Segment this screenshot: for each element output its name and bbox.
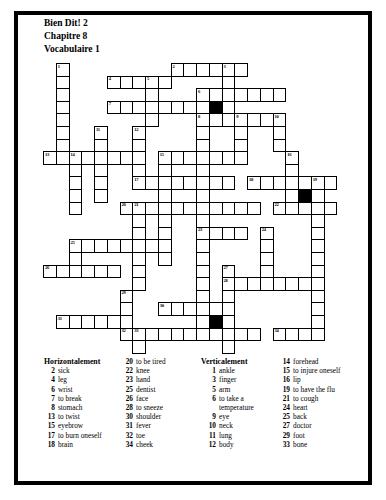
crossword-cell[interactable] [298,176,312,190]
clue-number: 17 [134,178,138,183]
crossword-cell[interactable] [196,290,210,304]
crossword-cell[interactable]: 28 [222,277,236,291]
clue-number: 31 [58,317,62,322]
crossword-cell[interactable] [273,139,287,153]
clue-item-number: 11 [196,431,216,440]
clue-item: 27doctor [270,421,340,430]
crossword-cell[interactable] [234,151,248,165]
crossword-cell[interactable] [234,88,248,102]
crossword-cell[interactable] [234,277,248,291]
crossword-cell[interactable]: 24 [260,227,274,241]
crossword-cell[interactable] [158,227,172,241]
clue-item-text: dentist [136,385,155,394]
crossword-cell[interactable] [311,290,325,304]
crossword-cell[interactable] [209,202,223,216]
clue-number: 6 [198,90,200,95]
crossword-cell[interactable] [158,239,172,253]
crossword-cell[interactable] [69,315,83,329]
crossword-cell[interactable] [94,315,108,329]
crossword-cell[interactable] [196,126,210,140]
crossword-cell[interactable] [145,328,159,342]
crossword-cell[interactable] [107,151,121,165]
clue-number: 24 [262,228,266,233]
crossword-cell[interactable] [311,202,325,216]
clue-item-text: to burn oneself [58,431,102,440]
crossword-cell[interactable] [56,76,70,90]
crossword-cell[interactable] [234,202,248,216]
crossword-cell[interactable] [171,151,185,165]
crossword-cell[interactable] [56,101,70,115]
crossword-cell[interactable] [222,151,236,165]
clue-item: 14forehead [270,357,340,366]
clue-item-text: to sneeze [136,403,163,412]
crossword-cell[interactable]: 16 [285,151,299,165]
crossword-cell[interactable] [120,315,134,329]
crossword-cell[interactable] [311,265,325,279]
crossword-cell[interactable] [158,214,172,228]
crossword-cell[interactable]: 17 [132,176,146,190]
crossword-cell[interactable] [132,76,146,90]
crossword-cell[interactable] [132,227,146,241]
crossword-cell[interactable] [209,63,223,77]
crossword-cell[interactable] [273,277,287,291]
crossword-cell[interactable]: 6 [196,88,210,102]
crossword-cell[interactable] [247,277,261,291]
clue-item-number: 29 [270,431,290,440]
crossword-cell[interactable] [132,101,146,115]
crossword-cell[interactable] [222,113,236,127]
crossword-cell[interactable] [222,315,236,329]
crossword-cell[interactable] [183,151,197,165]
crossword-cell[interactable] [247,88,261,102]
crossword-cell[interactable] [234,328,248,342]
clue-item: 10neck [196,421,269,430]
clue-item-number: 25 [270,412,290,421]
clue-item-text: bone [293,440,307,449]
crossword-cell[interactable]: 8 [196,113,210,127]
clue-item: 5arm [196,385,269,394]
crossword-cell[interactable] [196,164,210,178]
crossword-cell[interactable] [183,302,197,316]
crossword-cell[interactable] [311,214,325,228]
crossword-cell[interactable] [171,302,185,316]
clue-item-text: lip [293,375,301,384]
clue-item-number: 18 [42,440,55,449]
clue-item-text: to be tired [136,357,166,366]
crossword-cell[interactable] [222,290,236,304]
crossword-cell[interactable] [285,176,299,190]
crossword-cell[interactable] [285,277,299,291]
crossword-cell[interactable] [145,101,159,115]
crossword-cell[interactable] [81,265,95,279]
crossword-cell[interactable] [260,88,274,102]
crossword-cell[interactable] [209,176,223,190]
crossword-cell[interactable] [234,139,248,153]
crossword-cell[interactable] [209,151,223,165]
crossword-cell[interactable] [56,88,70,102]
crossword-cell[interactable]: 22 [273,202,287,216]
crossword-cell[interactable] [260,277,274,291]
crossword-cell[interactable] [107,265,121,279]
clue-item-number: 6 [196,394,216,403]
crossword-cell[interactable] [183,101,197,115]
clue-item-number: 26 [112,394,133,403]
crossword-cell[interactable] [132,139,146,153]
crossword-cell[interactable] [260,176,274,190]
crossword-cell[interactable] [145,88,159,102]
crossword-cell[interactable] [196,328,210,342]
crossword-cell[interactable]: 1 [56,63,70,77]
crossword-cell[interactable] [196,302,210,316]
clue-item-number: 33 [270,440,290,449]
clue-number: 13 [45,153,49,158]
crossword-cell[interactable]: 31 [56,315,70,329]
crossword-cell[interactable] [158,189,172,203]
clue-number: 22 [275,203,279,208]
crossword-cell[interactable] [311,227,325,241]
crossword-cell[interactable] [285,164,299,178]
crossword-cell[interactable] [222,340,236,354]
crossword-cell[interactable] [56,113,70,127]
crossword-cell[interactable] [56,139,70,153]
clue-item: 25back [270,412,340,421]
crossword-cell[interactable]: 9 [234,113,248,127]
crossword-cell[interactable] [234,63,248,77]
clue-number: 21 [134,203,138,208]
crossword-cell[interactable] [145,113,159,127]
clue-number: 16 [287,153,291,158]
clue-number: 8 [198,115,200,120]
crossword-cell[interactable] [120,151,134,165]
crossword-cell[interactable] [196,239,210,253]
crossword-cell[interactable] [298,328,312,342]
crossword-cell[interactable] [158,101,172,115]
crossword-cell[interactable] [69,189,83,203]
clue-number: 34 [275,329,279,334]
crossword-cell[interactable] [247,113,261,127]
crossword-cell[interactable] [69,202,83,216]
clue-number: 30 [160,304,164,309]
clue-number: 2 [173,65,175,70]
crossword-cell[interactable] [196,139,210,153]
crossword-cell[interactable] [158,76,172,90]
crossword-cell[interactable] [222,302,236,316]
clue-item-text: cheek [136,440,153,449]
clue-item: 22knee [112,366,166,375]
crossword-cell[interactable] [81,239,95,253]
crossword-cell[interactable] [171,101,185,115]
crossword-cell[interactable] [196,265,210,279]
clue-item-number: 15 [270,366,290,375]
clue-item-text: lung [219,431,269,440]
crossword-cell[interactable] [311,328,325,342]
clue-item-text: toe [136,431,145,440]
clue-item-text: finger [219,375,269,384]
clue-item-number: 8 [42,403,55,412]
crossword-cell[interactable] [222,101,236,115]
crossword-cell[interactable] [132,265,146,279]
crossword-cell[interactable] [120,302,134,316]
crossword-cell[interactable] [247,328,261,342]
clue-item-number: 2 [42,366,55,375]
clue-item: 24heart [270,403,340,412]
crossword-cell[interactable] [81,315,95,329]
crossword-cell[interactable] [94,139,108,153]
clue-number: 7 [109,102,111,107]
clue-item: 18brain [42,440,102,449]
crossword-cell[interactable] [158,252,172,266]
crossword-cell[interactable] [158,164,172,178]
clue-item-number: 16 [270,375,290,384]
crossword-cell[interactable]: 20 [120,202,134,216]
crossword-cell[interactable] [183,202,197,216]
crossword-cell[interactable] [209,328,223,342]
clue-item-number: 1 [196,366,216,375]
crossword-cell[interactable] [324,176,338,190]
crossword-cell[interactable] [81,151,95,165]
crossword-cell[interactable] [209,88,223,102]
crossword-cell[interactable] [132,252,146,266]
crossword-cell[interactable]: 10 [273,113,287,127]
crossword-cell[interactable] [132,214,146,228]
crossword-cell[interactable] [273,88,287,102]
crossword-cell[interactable] [260,239,274,253]
clue-item: 25dentist [112,385,166,394]
crossword-cell[interactable] [311,252,325,266]
crossword-cell[interactable]: 5 [145,76,159,90]
crossword-cell[interactable] [222,88,236,102]
across-clues-column-2: 20to be tired22knee23hand25dentist26face… [112,357,166,449]
clue-item-text: body [219,440,269,449]
crossword-cell[interactable] [94,176,108,190]
blocked-cell [298,189,312,203]
clue-item-number: 5 [196,385,216,394]
clue-item-text: wrist [58,385,73,394]
clue-number: 5 [147,77,149,82]
crossword-cell[interactable]: 18 [247,176,261,190]
crossword-cell[interactable]: 11 [94,126,108,140]
crossword-cell[interactable] [171,176,185,190]
crossword-cell[interactable] [145,239,159,253]
crossword-cell[interactable] [196,151,210,165]
crossword-cell[interactable] [69,265,83,279]
crossword-cell[interactable]: 26 [43,265,57,279]
crossword-cell[interactable] [107,315,121,329]
clue-item: 6to take a temperature [196,394,269,412]
clue-item-number: 31 [112,421,133,430]
crossword-cell[interactable] [171,202,185,216]
crossword-cell[interactable] [285,328,299,342]
crossword-cell[interactable] [69,176,83,190]
crossword-cell[interactable] [311,189,325,203]
crossword-cell[interactable] [145,202,159,216]
crossword-cell[interactable]: 33 [132,328,146,342]
clue-item-text: brain [58,440,73,449]
crossword-cell[interactable] [196,252,210,266]
clue-item-number: 14 [270,357,290,366]
clue-number: 19 [313,178,317,183]
crossword-cell[interactable] [311,302,325,316]
blocked-cell [209,101,223,115]
crossword-cell[interactable] [69,164,83,178]
crossword-grid: 1234567891011121314151617181920212223242… [43,63,337,354]
crossword-cell[interactable] [107,239,121,253]
clue-item: 26face [112,394,166,403]
crossword-cell[interactable]: 30 [158,302,172,316]
clue-item-number: 24 [270,403,290,412]
clue-number: 18 [249,178,253,183]
crossword-cell[interactable] [260,113,274,127]
crossword-cell[interactable] [209,302,223,316]
crossword-cell[interactable] [196,63,210,77]
clue-item: 11lung [196,431,269,440]
crossword-cell[interactable] [94,265,108,279]
crossword-cell[interactable]: 21 [132,202,146,216]
crossword-cell[interactable] [183,63,197,77]
crossword-cell[interactable]: 27 [222,265,236,279]
crossword-cell[interactable] [273,176,287,190]
crossword-cell[interactable] [56,265,70,279]
crossword-cell[interactable] [132,151,146,165]
crossword-cell[interactable] [196,202,210,216]
crossword-cell[interactable] [158,176,172,190]
crossword-cell[interactable]: 15 [158,151,172,165]
crossword-cell[interactable]: 29 [120,290,134,304]
crossword-cell[interactable] [69,252,83,266]
crossword-cell[interactable] [120,76,134,90]
crossword-cell[interactable] [285,189,299,203]
crossword-cell[interactable] [94,239,108,253]
clue-number: 32 [122,329,126,334]
clue-item: 1ankle [196,366,269,375]
crossword-cell[interactable] [234,126,248,140]
clue-item-text: neck [219,421,269,430]
crossword-cell[interactable]: 32 [120,328,134,342]
clue-item-text: doctor [293,421,312,430]
clue-item-number: 19 [270,385,290,394]
crossword-cell[interactable] [158,202,172,216]
clue-item: 9eye [196,412,269,421]
clue-item-number: 27 [270,421,290,430]
crossword-cell[interactable] [196,189,210,203]
clue-item: 30shoulder [112,412,166,421]
crossword-cell[interactable] [324,202,338,216]
clue-number: 10 [275,115,279,120]
crossword-cell[interactable]: 12 [132,126,146,140]
crossword-cell[interactable] [260,252,274,266]
down-clues-column-1: Verticalement 1ankle3finger5arm6to take … [196,357,269,449]
crossword-cell[interactable] [94,189,108,203]
crossword-cell[interactable] [56,126,70,140]
clue-item: 34cheek [112,440,166,449]
clue-number: 9 [236,115,238,120]
crossword-cell[interactable] [222,76,236,90]
crossword-cell[interactable] [247,202,261,216]
crossword-cell[interactable]: 7 [107,101,121,115]
crossword-cell[interactable] [311,239,325,253]
crossword-cell[interactable]: 23 [196,227,210,241]
crossword-cell[interactable]: 13 [43,151,57,165]
clue-item-text: to take a temperature [219,394,269,412]
clue-item: 28to sneeze [112,403,166,412]
crossword-cell[interactable] [145,176,159,190]
crossword-cell[interactable] [94,151,108,165]
clue-item: 21to cough [270,394,340,403]
crossword-cell[interactable]: 25 [69,239,83,253]
crossword-cell[interactable] [183,328,197,342]
crossword-cell[interactable]: 3 [222,63,236,77]
crossword-cell[interactable] [132,164,146,178]
clue-number: 4 [109,77,111,82]
clue-item-text: to twist [58,412,80,421]
clue-item-text: to cough [293,394,318,403]
clue-item: 31fever [112,421,166,430]
crossword-cell[interactable] [222,176,236,190]
crossword-cell[interactable] [120,101,134,115]
down-header: Verticalement [196,357,269,366]
crossword-cell[interactable]: 4 [107,76,121,90]
crossword-cell[interactable] [132,277,146,291]
crossword-cell[interactable] [234,227,248,241]
crossword-cell[interactable]: 2 [171,63,185,77]
crossword-cell[interactable] [298,277,312,291]
crossword-cell[interactable] [158,328,172,342]
crossword-cell[interactable] [196,315,210,329]
crossword-cell[interactable] [171,328,185,342]
crossword-cell[interactable] [209,113,223,127]
crossword-cell[interactable] [209,227,223,241]
clue-number: 26 [45,266,49,271]
clue-item-number: 17 [42,431,55,440]
clue-item-text: shoulder [136,412,161,421]
crossword-cell[interactable] [132,239,146,253]
crossword-cell[interactable] [56,151,70,165]
clue-item-text: eyebrow [58,421,83,430]
crossword-cell[interactable] [298,202,312,216]
crossword-cell[interactable] [196,277,210,291]
crossword-cell[interactable] [132,340,146,354]
crossword-cell[interactable]: 34 [273,328,287,342]
clue-item-text: knee [136,366,150,375]
crossword-cell[interactable] [120,239,134,253]
crossword-cell[interactable]: 14 [69,151,83,165]
crossword-cell[interactable] [196,214,210,228]
crossword-cell[interactable] [222,202,236,216]
clue-item-text: hand [136,375,150,384]
crossword-cell[interactable]: 19 [311,176,325,190]
clue-item-number: 6 [42,385,55,394]
crossword-cell[interactable] [311,277,325,291]
clue-item-number: 22 [112,366,133,375]
clue-item-text: eye [219,412,269,421]
crossword-cell[interactable] [94,164,108,178]
crossword-cell[interactable] [260,265,274,279]
crossword-cell[interactable] [311,315,325,329]
clue-number: 3 [224,65,226,70]
clue-item-number: 13 [42,412,55,421]
clue-item-text: foot [293,431,305,440]
crossword-cell[interactable] [196,101,210,115]
clue-number: 33 [134,329,138,334]
crossword-cell[interactable] [222,328,236,342]
clue-item: 6wrist [42,385,102,394]
crossword-cell[interactable] [196,176,210,190]
crossword-cell[interactable] [285,202,299,216]
crossword-cell[interactable] [183,176,197,190]
crossword-cell[interactable] [273,126,287,140]
crossword-cell[interactable] [222,227,236,241]
clue-item: 33bone [270,440,340,449]
